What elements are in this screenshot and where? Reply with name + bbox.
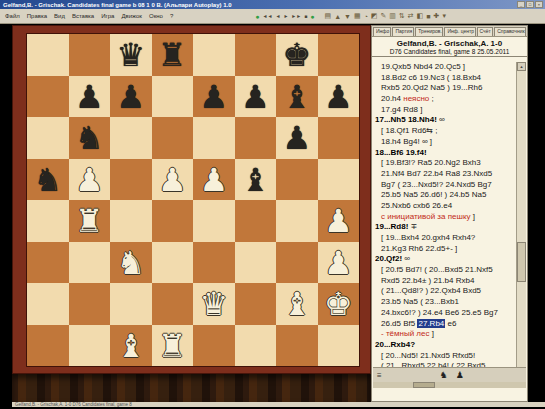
square-d8[interactable]: ♜ bbox=[152, 34, 194, 76]
square-f2[interactable] bbox=[235, 283, 277, 325]
move-text[interactable]: 19...Rd8! bbox=[375, 222, 411, 231]
notation-line[interactable]: 24.bxc6!? ) 24.e4 Be6 25.e5 Bg7 bbox=[375, 308, 520, 319]
notation-line[interactable]: Rxb5 20.Qd2 Na5 ) 19...Rh6 bbox=[375, 83, 520, 94]
move-text[interactable]: 26.d5 Bf5 bbox=[381, 319, 417, 328]
square-h5[interactable] bbox=[318, 159, 360, 201]
square-f6[interactable] bbox=[235, 117, 277, 159]
piece-filter-icons: ♞♟ bbox=[386, 370, 526, 380]
move-text[interactable]: 24.bxc6!? ) 24.e4 Be6 25.e5 Bg7 bbox=[381, 308, 498, 317]
square-c7[interactable]: ♟ bbox=[110, 76, 152, 118]
close-button[interactable]: × bbox=[535, 1, 543, 8]
black-pawn[interactable]: ♟ bbox=[235, 76, 277, 118]
white-rook[interactable]: ♜ bbox=[69, 200, 111, 242]
white-bishop[interactable]: ♝ bbox=[276, 283, 318, 325]
square-c5[interactable] bbox=[110, 159, 152, 201]
square-e6[interactable] bbox=[193, 117, 235, 159]
square-b6[interactable]: ♞ bbox=[69, 117, 111, 159]
square-f7[interactable]: ♟ bbox=[235, 76, 277, 118]
move-text[interactable]: 25.b5 Na5 26.d6! ) 24.b5 Na5 bbox=[381, 190, 486, 199]
move-text[interactable]: ( 21...Qd8!? ) 22.Qxb4 Bxd5 bbox=[381, 286, 481, 295]
black-pawn[interactable]: ♟ bbox=[193, 76, 235, 118]
record-icon[interactable]: ■ bbox=[426, 13, 430, 20]
move-text[interactable]: Rxb5 20.Qd2 Na5 ) 19...Rh6 bbox=[381, 83, 482, 92]
square-b1[interactable] bbox=[69, 325, 111, 367]
notation-line[interactable]: 19...Rd8! ∓ bbox=[375, 222, 520, 233]
horizontal-scrollbar[interactable] bbox=[373, 382, 526, 388]
square-g5[interactable] bbox=[276, 159, 318, 201]
notation-line[interactable]: Rxd5 22.b4± ) 21.b4 Rxb4 bbox=[375, 276, 520, 287]
move-text[interactable]: Rxd5 22.b4± ) 21.b4 Rxb4 bbox=[381, 276, 474, 285]
white-pawn[interactable]: ♟ bbox=[69, 159, 111, 201]
notation-line[interactable]: 18.h4 Bg4! ∞ ] bbox=[375, 137, 520, 148]
icon-toolbar: ▤▲▼▦◔◩✎▥⇅⇄◧■✚▾ bbox=[325, 12, 446, 20]
vertical-scrollbar[interactable]: ▲ ▼ bbox=[516, 62, 526, 383]
menu-item-файл[interactable]: Файл bbox=[5, 13, 20, 19]
square-f4[interactable] bbox=[235, 200, 277, 242]
window-title: Gelfand,B. - Grischak. Candidates final … bbox=[0, 2, 517, 8]
move-text[interactable]: [ 19...Bxh4 20.gxh4 Rxh4? bbox=[381, 233, 475, 242]
window-controls: _ □ × bbox=[517, 1, 545, 8]
notation-line[interactable]: 20...Rxb4? bbox=[375, 340, 520, 351]
application-window: Gelfand,B. - Grischak. Candidates final … bbox=[0, 0, 545, 409]
menu-toolbar-row: ФайлПравкаВидВставкаИграДвижокОкно? ●◄◄◄… bbox=[0, 9, 545, 24]
white-pawn[interactable]: ♟ bbox=[193, 159, 235, 201]
players-line: Gelfand,B. - Grischak,A. 1-0 bbox=[373, 39, 526, 48]
scrollbar-thumb[interactable] bbox=[517, 242, 526, 282]
notation-line[interactable]: 26.d5 Bf5 27.Rb4 e6 bbox=[375, 319, 520, 330]
square-b7[interactable]: ♟ bbox=[69, 76, 111, 118]
square-g4[interactable] bbox=[276, 200, 318, 242]
square-g3[interactable] bbox=[276, 242, 318, 284]
flip-board-icon[interactable]: ◩ bbox=[371, 12, 378, 20]
chess-board: ♛♜♚♟♟♟♟♝♟♞♟♞♟♟♟♝♜♟♞♟♛♝♚♝♜ bbox=[26, 33, 360, 367]
notation-line[interactable]: 25.Nxb6 cxb6 26.e4 bbox=[375, 201, 520, 212]
white-pawn[interactable]: ♟ bbox=[152, 159, 194, 201]
move-text[interactable]: ] bbox=[429, 329, 433, 338]
panel-footer: ≡ ♞♟ bbox=[373, 367, 526, 382]
engine-toggle-icon[interactable]: ● bbox=[310, 13, 314, 20]
event-line: D76 Candidates final, game 8 25.05.2011 bbox=[373, 48, 526, 55]
move-text[interactable]: 23.b5 Na5 ( 23...Bxb1 bbox=[381, 297, 459, 306]
tab-инф-центр[interactable]: Инф. центр bbox=[444, 27, 475, 36]
notation-line[interactable]: 21.Nf4 Bd7 22.b4 Ra8 23.Nxd5 bbox=[375, 169, 520, 180]
white-rook[interactable]: ♜ bbox=[152, 325, 194, 367]
notation-line[interactable]: - тёмный лес ] bbox=[375, 329, 520, 340]
square-a4[interactable] bbox=[27, 200, 69, 242]
square-e1[interactable] bbox=[193, 325, 235, 367]
hscroll-thumb[interactable] bbox=[413, 382, 435, 388]
square-a5[interactable]: ♞ bbox=[27, 159, 69, 201]
black-king[interactable]: ♚ bbox=[276, 34, 318, 76]
square-a7[interactable] bbox=[27, 76, 69, 118]
black-pawn[interactable]: ♟ bbox=[110, 76, 152, 118]
square-g6[interactable]: ♟ bbox=[276, 117, 318, 159]
white-pawn[interactable]: ♟ bbox=[318, 242, 360, 284]
square-d2[interactable] bbox=[152, 283, 194, 325]
square-c6[interactable] bbox=[110, 117, 152, 159]
tab-сч-т[interactable]: Счёт bbox=[477, 27, 494, 36]
square-f3[interactable] bbox=[235, 242, 277, 284]
move-text[interactable]: ] bbox=[470, 212, 474, 221]
square-c3[interactable]: ♞ bbox=[110, 242, 152, 284]
square-h2[interactable]: ♚ bbox=[318, 283, 360, 325]
down-arrow-icon[interactable]: ▼ bbox=[344, 13, 351, 20]
plus-icon[interactable]: ✚ bbox=[434, 12, 440, 20]
notation-line[interactable]: 21.Kg3 Rh6 22.d5+- ] bbox=[375, 244, 520, 255]
move-text[interactable]: 18...Bf6 19.f4! bbox=[375, 148, 427, 157]
move-text[interactable]: 20.Qf2! bbox=[375, 254, 404, 263]
notation-line[interactable]: 18...Bf6 19.f4! bbox=[375, 148, 520, 159]
square-a8[interactable] bbox=[27, 34, 69, 76]
move-text[interactable]: 18.h4 Bg4! ∞ ] bbox=[381, 137, 432, 146]
square-e2[interactable]: ♛ bbox=[193, 283, 235, 325]
move-text[interactable]: ∞ bbox=[439, 115, 445, 124]
next-move-icon[interactable]: ► bbox=[283, 13, 288, 19]
up-arrow-icon[interactable]: ▲ bbox=[334, 13, 341, 20]
menu-item-вставка[interactable]: Вставка bbox=[72, 13, 94, 19]
square-h6[interactable] bbox=[318, 117, 360, 159]
square-c2[interactable] bbox=[110, 283, 152, 325]
clock-icon[interactable]: ◔ bbox=[364, 13, 368, 20]
menu-item-правка[interactable]: Правка bbox=[27, 13, 47, 19]
notation-line[interactable]: 17...Nh5 18.Nh4! ∞ bbox=[375, 115, 520, 126]
engine-start-icon[interactable]: ● bbox=[255, 13, 259, 20]
square-d1[interactable]: ♜ bbox=[152, 325, 194, 367]
notation-line[interactable]: [ 19.Bf3!? Ra5 20.Ng2 Bxh3 bbox=[375, 158, 520, 169]
square-a6[interactable] bbox=[27, 117, 69, 159]
square-e8[interactable] bbox=[193, 34, 235, 76]
square-g2[interactable]: ♝ bbox=[276, 283, 318, 325]
notation-line[interactable]: 18.Bd2 c6 19.Nc3 ( 18.Bxb4 bbox=[375, 73, 520, 84]
black-queen[interactable]: ♛ bbox=[110, 34, 152, 76]
white-pawn[interactable]: ♟ bbox=[318, 200, 360, 242]
move-text[interactable]: 21.Kg3 Rh6 22.d5+- ] bbox=[381, 244, 457, 253]
notation-line[interactable]: 17.g4 Rd8 ] bbox=[375, 105, 520, 116]
current-move-highlight[interactable]: 27.Rb4 bbox=[417, 319, 445, 328]
move-text[interactable]: 19.Qxb5 Nbd4 20.Qc5 ] bbox=[381, 62, 465, 71]
exchange-icon[interactable]: ⇄ bbox=[408, 12, 414, 20]
square-g7[interactable]: ♝ bbox=[276, 76, 318, 118]
square-g8[interactable]: ♚ bbox=[276, 34, 318, 76]
move-text[interactable]: 20.h4 bbox=[381, 94, 403, 103]
black-bishop[interactable]: ♝ bbox=[235, 159, 277, 201]
list-icon[interactable]: ≡ bbox=[373, 371, 386, 380]
square-d7[interactable] bbox=[152, 76, 194, 118]
board-frame: ♛♜♚♟♟♟♟♝♟♞♟♞♟♟♟♝♜♟♞♟♛♝♚♝♜ bbox=[12, 25, 371, 374]
notation-line[interactable]: [ 19...Bxh4 20.gxh4 Rxh4? bbox=[375, 233, 520, 244]
white-king[interactable]: ♚ bbox=[318, 283, 360, 325]
black-bishop[interactable]: ♝ bbox=[276, 76, 318, 118]
move-text[interactable]: Bg7 ( 23...Nxd5!? 24.Nxd5 Bg7 bbox=[381, 180, 492, 189]
black-knight[interactable]: ♞ bbox=[27, 159, 69, 201]
menu-item-движок[interactable]: Движок bbox=[121, 13, 142, 19]
move-text[interactable]: e6 bbox=[445, 319, 456, 328]
notation-line[interactable]: 20.Qf2! ∞ bbox=[375, 254, 520, 265]
knight-icon[interactable]: ♞ bbox=[440, 370, 456, 380]
square-d3[interactable] bbox=[152, 242, 194, 284]
square-a1[interactable] bbox=[27, 325, 69, 367]
notation-line[interactable]: 19.Qxb5 Nbd4 20.Qc5 ] bbox=[375, 62, 520, 73]
move-text[interactable]: 25.Nxb6 cxb6 26.e4 bbox=[381, 201, 452, 210]
square-f1[interactable] bbox=[235, 325, 277, 367]
stop-icon[interactable]: ■ bbox=[304, 13, 307, 19]
square-h3[interactable]: ♟ bbox=[318, 242, 360, 284]
square-c1[interactable]: ♝ bbox=[110, 325, 152, 367]
square-e7[interactable]: ♟ bbox=[193, 76, 235, 118]
square-b5[interactable]: ♟ bbox=[69, 159, 111, 201]
maximize-button[interactable]: □ bbox=[526, 1, 534, 8]
notation-line[interactable]: ( 21...Qd8!? ) 22.Qxb4 Bxd5 bbox=[375, 286, 520, 297]
square-a3[interactable] bbox=[27, 242, 69, 284]
square-e4[interactable] bbox=[193, 200, 235, 242]
new-document-icon[interactable]: ▤ bbox=[325, 12, 332, 20]
white-bishop[interactable]: ♝ bbox=[110, 325, 152, 367]
panel-tabs: ИнфоПартияТрениров.Инф. центрСчётСправоч… bbox=[372, 26, 527, 37]
minimize-button[interactable]: _ bbox=[517, 1, 525, 8]
menu-bar: ФайлПравкаВидВставкаИграДвижокОкно? bbox=[0, 13, 173, 19]
black-pawn[interactable]: ♟ bbox=[318, 76, 360, 118]
move-text[interactable]: 17...Nh5 18.Nh4! bbox=[375, 115, 439, 124]
notation-panel: ИнфоПартияТрениров.Инф. центрСчётСправоч… bbox=[371, 25, 528, 402]
move-text[interactable]: 17.g4 Rd8 ] bbox=[381, 105, 422, 114]
last-move-icon[interactable]: ►► bbox=[291, 13, 301, 19]
move-text[interactable]: 18.Bd2 c6 19.Nc3 ( 18.Bxb4 bbox=[381, 73, 481, 82]
pawn-icon[interactable]: ♟ bbox=[456, 370, 472, 380]
notation-line[interactable]: [ 20.f5 Bd7! ( 20...Bxd5 21.Nxf5 bbox=[375, 265, 520, 276]
menu-item-окно[interactable]: Окно bbox=[149, 13, 163, 19]
move-text[interactable]: ∞ bbox=[404, 254, 410, 263]
square-d6[interactable] bbox=[152, 117, 194, 159]
game-header: Gelfand,B. - Grischak,A. 1-0 D76 Candida… bbox=[372, 37, 527, 57]
grid-icon[interactable]: ▥ bbox=[389, 12, 396, 20]
square-e5[interactable]: ♟ bbox=[193, 159, 235, 201]
edit-icon[interactable]: ✎ bbox=[380, 12, 386, 20]
tab-партия[interactable]: Партия bbox=[392, 27, 414, 36]
square-h8[interactable] bbox=[318, 34, 360, 76]
square-c4[interactable] bbox=[110, 200, 152, 242]
status-bar: Gelfand,B. - Grischak,A. 1-0 D76 Candida… bbox=[12, 402, 545, 407]
wood-table bbox=[12, 374, 371, 402]
square-d4[interactable] bbox=[152, 200, 194, 242]
first-move-icon[interactable]: ◄◄ bbox=[263, 13, 273, 19]
square-e3[interactable] bbox=[193, 242, 235, 284]
more-icon[interactable]: ▾ bbox=[442, 12, 446, 20]
tab-инфо[interactable]: Инфо bbox=[373, 27, 391, 36]
black-pawn[interactable]: ♟ bbox=[69, 76, 111, 118]
square-b4[interactable]: ♜ bbox=[69, 200, 111, 242]
swap-icon[interactable]: ⇅ bbox=[399, 12, 405, 20]
move-text[interactable]: ∓ bbox=[411, 222, 418, 231]
notation-line[interactable]: Bg7 ( 23...Nxd5!? 24.Nxd5 Bg7 bbox=[375, 180, 520, 191]
move-text[interactable]: 20...Rxb4? bbox=[375, 340, 415, 349]
save-icon[interactable]: ▦ bbox=[354, 12, 361, 20]
black-pawn[interactable]: ♟ bbox=[276, 117, 318, 159]
prev-move-icon[interactable]: ◄ bbox=[275, 13, 280, 19]
scroll-up-icon[interactable]: ▲ bbox=[517, 62, 526, 71]
menu-item-игра[interactable]: Игра bbox=[101, 13, 114, 19]
move-text[interactable]: ; bbox=[429, 94, 433, 103]
notation-line[interactable]: [ 20...Nd5! 21.Nxd5 Rfxd5! bbox=[375, 351, 520, 362]
black-knight[interactable]: ♞ bbox=[69, 117, 111, 159]
square-d5[interactable]: ♟ bbox=[152, 159, 194, 201]
square-b2[interactable] bbox=[69, 283, 111, 325]
tab-трениров-[interactable]: Трениров. bbox=[415, 27, 443, 36]
half-board-icon[interactable]: ◧ bbox=[417, 12, 424, 20]
notation-body: 19.Qxb5 Nbd4 20.Qc5 ]18.Bd2 c6 19.Nc3 ( … bbox=[373, 62, 520, 383]
notation-line[interactable]: [ 18.Qf1 Rd6⇆ ; bbox=[375, 126, 520, 137]
square-h1[interactable] bbox=[318, 325, 360, 367]
square-f8[interactable] bbox=[235, 34, 277, 76]
white-queen[interactable]: ♛ bbox=[193, 283, 235, 325]
move-text[interactable]: - тёмный лес bbox=[381, 329, 429, 338]
square-h7[interactable]: ♟ bbox=[318, 76, 360, 118]
notation-line[interactable]: 25.b5 Na5 26.d6! ) 24.b5 Na5 bbox=[375, 190, 520, 201]
move-text[interactable]: [ 20...Nd5! 21.Nxd5 Rfxd5! bbox=[381, 351, 475, 360]
square-h4[interactable]: ♟ bbox=[318, 200, 360, 242]
notation-line[interactable]: 20.h4 неясно ; bbox=[375, 94, 520, 105]
move-text[interactable]: [ 20.f5 Bd7! ( 20...Bxd5 21.Nxf5 bbox=[381, 265, 493, 274]
move-text[interactable]: 21.Nf4 Bd7 22.b4 Ra8 23.Nxd5 bbox=[381, 169, 492, 178]
move-text[interactable]: неясно bbox=[403, 94, 429, 103]
square-b8[interactable] bbox=[69, 34, 111, 76]
square-f5[interactable]: ♝ bbox=[235, 159, 277, 201]
move-text[interactable]: с инициативой за пешку bbox=[381, 212, 470, 221]
square-g1[interactable] bbox=[276, 325, 318, 367]
black-rook[interactable]: ♜ bbox=[152, 34, 194, 76]
notation-line[interactable]: 23.b5 Na5 ( 23...Bxb1 bbox=[375, 297, 520, 308]
menu-item-вид[interactable]: Вид bbox=[54, 13, 65, 19]
white-knight[interactable]: ♞ bbox=[110, 242, 152, 284]
notation-line[interactable]: с инициативой за пешку ] bbox=[375, 212, 520, 223]
move-text[interactable]: [ 18.Qf1 Rd6⇆ ; bbox=[381, 126, 438, 135]
square-a2[interactable] bbox=[27, 283, 69, 325]
vcr-toolbar: ●◄◄◄►►►■● bbox=[255, 13, 314, 20]
square-c8[interactable]: ♛ bbox=[110, 34, 152, 76]
title-bar: Gelfand,B. - Grischak. Candidates final … bbox=[0, 0, 545, 9]
square-b3[interactable] bbox=[69, 242, 111, 284]
move-text[interactable]: [ 19.Bf3!? Ra5 20.Ng2 Bxh3 bbox=[381, 158, 481, 167]
tab-справочник[interactable]: Справочник bbox=[494, 27, 526, 36]
menu-item-?[interactable]: ? bbox=[170, 13, 173, 19]
